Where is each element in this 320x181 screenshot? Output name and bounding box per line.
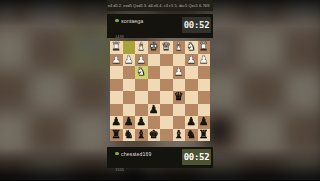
square-f6[interactable] bbox=[135, 104, 148, 117]
square-e4[interactable] bbox=[148, 79, 161, 92]
square-h5[interactable] bbox=[110, 91, 123, 104]
square-f7[interactable]: ♟ bbox=[135, 116, 148, 129]
black-queen[interactable]: ♛ bbox=[174, 91, 184, 103]
move-list-bar[interactable]: 1. e4 d5 2. exd5 Qxd5 3. d4 e6 4. c3 c5 … bbox=[107, 0, 213, 11]
black-clock: 00:52 bbox=[182, 149, 211, 165]
square-c4[interactable] bbox=[173, 79, 186, 92]
square-a4 bbox=[283, 70, 320, 113]
white-pawn: ♟ bbox=[0, 0, 23, 26]
square-d8[interactable] bbox=[160, 129, 173, 142]
square-d4[interactable] bbox=[160, 79, 173, 92]
square-h6 bbox=[0, 155, 28, 181]
square-b6 bbox=[240, 155, 283, 181]
black-king[interactable]: ♚ bbox=[149, 129, 159, 141]
square-a3 bbox=[283, 27, 320, 70]
square-b3[interactable] bbox=[185, 66, 198, 79]
bottom-player-info: chessted169 1335 bbox=[115, 150, 172, 163]
square-g4[interactable] bbox=[123, 79, 136, 92]
top-player-info: sontaega 1489 bbox=[115, 17, 158, 30]
square-c2[interactable] bbox=[173, 54, 186, 67]
white-rook[interactable]: ♜ bbox=[111, 41, 121, 53]
square-e3[interactable] bbox=[148, 66, 161, 79]
white-pawn[interactable]: ♟ bbox=[111, 54, 121, 66]
square-c6[interactable] bbox=[173, 104, 186, 117]
square-g7[interactable]: ♟ bbox=[123, 116, 136, 129]
square-g2[interactable]: ♟ bbox=[123, 54, 136, 67]
chess-board[interactable]: ♜♝♚♛♝♞♜♟♟♟♟♟♞♟♛♟♟♟♟♟♟♜♞♝♚♝♞♜ bbox=[110, 41, 210, 141]
square-g3 bbox=[28, 27, 71, 70]
square-e8[interactable]: ♚ bbox=[148, 129, 161, 142]
black-knight[interactable]: ♞ bbox=[124, 129, 134, 141]
square-b2: ♟ bbox=[240, 0, 283, 27]
black-pawn[interactable]: ♟ bbox=[124, 116, 134, 128]
white-pawn: ♟ bbox=[244, 0, 278, 26]
white-knight[interactable]: ♞ bbox=[136, 66, 146, 78]
black-bishop[interactable]: ♝ bbox=[136, 129, 146, 141]
square-h2: ♟ bbox=[0, 0, 28, 27]
black-pawn[interactable]: ♟ bbox=[111, 116, 121, 128]
square-a7[interactable]: ♟ bbox=[198, 116, 211, 129]
white-pawn[interactable]: ♟ bbox=[199, 54, 209, 66]
square-d2[interactable] bbox=[160, 54, 173, 67]
white-pawn[interactable]: ♟ bbox=[124, 54, 134, 66]
square-a2[interactable]: ♟ bbox=[198, 54, 211, 67]
top-player-bar: sontaega 1489 00:52 bbox=[107, 14, 213, 38]
bottom-player-name: chessted169 bbox=[121, 151, 152, 157]
white-rook[interactable]: ♜ bbox=[199, 41, 209, 53]
white-bishop[interactable]: ♝ bbox=[174, 41, 184, 53]
square-d5[interactable] bbox=[160, 91, 173, 104]
square-d7[interactable] bbox=[160, 116, 173, 129]
square-a2: ♟ bbox=[283, 0, 320, 27]
square-c8[interactable]: ♝ bbox=[173, 129, 186, 142]
square-e2[interactable] bbox=[148, 54, 161, 67]
square-g5 bbox=[28, 112, 71, 155]
square-g6 bbox=[28, 155, 71, 181]
square-g5[interactable] bbox=[123, 91, 136, 104]
square-c7[interactable] bbox=[173, 116, 186, 129]
white-pawn: ♟ bbox=[32, 0, 66, 26]
square-d3[interactable] bbox=[160, 66, 173, 79]
square-a6[interactable] bbox=[198, 104, 211, 117]
square-f3[interactable]: ♞ bbox=[135, 66, 148, 79]
square-b4[interactable] bbox=[185, 79, 198, 92]
square-d6[interactable] bbox=[160, 104, 173, 117]
white-knight[interactable]: ♞ bbox=[186, 41, 196, 53]
video-frame: ♜♝♚♛♝♞♜♟♟♟♟♟♞♟♛♟♟♟♟♟♟♜♞♝♚♝♞♜ 1. e4 d5 2.… bbox=[0, 0, 320, 180]
online-indicator-icon bbox=[115, 19, 119, 23]
square-h4 bbox=[0, 70, 28, 113]
square-f5[interactable] bbox=[135, 91, 148, 104]
square-h3[interactable] bbox=[110, 66, 123, 79]
white-bishop[interactable]: ♝ bbox=[136, 41, 146, 53]
top-player-rating: 1489 bbox=[115, 25, 158, 30]
square-h6[interactable] bbox=[110, 104, 123, 117]
square-b5 bbox=[240, 112, 283, 155]
white-pawn[interactable]: ♟ bbox=[186, 54, 196, 66]
square-h2[interactable]: ♟ bbox=[110, 54, 123, 67]
square-a3[interactable] bbox=[198, 66, 211, 79]
black-bishop[interactable]: ♝ bbox=[174, 129, 184, 141]
square-e6[interactable]: ♟ bbox=[148, 104, 161, 117]
square-a4[interactable] bbox=[198, 79, 211, 92]
white-pawn[interactable]: ♟ bbox=[136, 54, 146, 66]
square-a5 bbox=[283, 112, 320, 155]
square-b1[interactable]: ♞ bbox=[185, 41, 198, 54]
black-pawn[interactable]: ♟ bbox=[136, 116, 146, 128]
square-h4[interactable] bbox=[110, 79, 123, 92]
square-f2[interactable]: ♟ bbox=[135, 54, 148, 67]
square-b6[interactable] bbox=[185, 104, 198, 117]
square-a5[interactable] bbox=[198, 91, 211, 104]
move-list: 1. e4 d5 2. exd5 Qxd5 3. d4 e6 4. c3 c5 … bbox=[107, 3, 210, 8]
square-e1[interactable]: ♚ bbox=[148, 41, 161, 54]
white-pawn: ♟ bbox=[74, 0, 108, 26]
online-indicator-icon bbox=[115, 152, 119, 156]
black-rook[interactable]: ♜ bbox=[111, 129, 121, 141]
square-c3[interactable]: ♟ bbox=[173, 66, 186, 79]
square-b7[interactable]: ♟ bbox=[185, 116, 198, 129]
white-clock: 00:52 bbox=[182, 17, 211, 33]
square-g4 bbox=[28, 70, 71, 113]
white-knight: ♞ bbox=[74, 28, 108, 69]
white-king[interactable]: ♚ bbox=[149, 41, 159, 53]
square-e7[interactable] bbox=[148, 116, 161, 129]
square-a6 bbox=[283, 155, 320, 181]
black-pawn[interactable]: ♟ bbox=[186, 116, 196, 128]
square-f4 bbox=[70, 70, 113, 113]
square-h7[interactable]: ♟ bbox=[110, 116, 123, 129]
square-c5[interactable]: ♛ bbox=[173, 91, 186, 104]
square-e5[interactable] bbox=[148, 91, 161, 104]
white-pawn: ♟ bbox=[287, 0, 320, 26]
square-a1[interactable]: ♜ bbox=[198, 41, 211, 54]
black-pawn[interactable]: ♟ bbox=[149, 104, 159, 116]
square-h1[interactable]: ♜ bbox=[110, 41, 123, 54]
white-pawn[interactable]: ♟ bbox=[174, 66, 184, 78]
black-rook[interactable]: ♜ bbox=[199, 129, 209, 141]
square-g3[interactable] bbox=[123, 66, 136, 79]
square-a8[interactable]: ♜ bbox=[198, 129, 211, 142]
square-f4[interactable] bbox=[135, 79, 148, 92]
black-pawn[interactable]: ♟ bbox=[199, 116, 209, 128]
square-h3 bbox=[0, 27, 28, 70]
square-c1[interactable]: ♝ bbox=[173, 41, 186, 54]
square-f1[interactable]: ♝ bbox=[135, 41, 148, 54]
square-g2: ♟ bbox=[28, 0, 71, 27]
top-player-name: sontaega bbox=[121, 18, 143, 24]
square-h8[interactable]: ♜ bbox=[110, 129, 123, 142]
square-b5[interactable] bbox=[185, 91, 198, 104]
square-h5 bbox=[0, 112, 28, 155]
square-g1[interactable] bbox=[123, 41, 136, 54]
black-knight[interactable]: ♞ bbox=[186, 129, 196, 141]
square-g8[interactable]: ♞ bbox=[123, 129, 136, 142]
bottom-player-rating: 1335 bbox=[115, 158, 172, 163]
square-d1[interactable]: ♛ bbox=[160, 41, 173, 54]
bottom-player-bar: chessted169 1335 00:52 bbox=[107, 147, 213, 168]
square-b3 bbox=[240, 27, 283, 70]
square-b8[interactable]: ♞ bbox=[185, 129, 198, 142]
square-g6[interactable] bbox=[123, 104, 136, 117]
square-b2[interactable]: ♟ bbox=[185, 54, 198, 67]
square-f8[interactable]: ♝ bbox=[135, 129, 148, 142]
white-queen[interactable]: ♛ bbox=[161, 41, 171, 53]
square-b4 bbox=[240, 70, 283, 113]
